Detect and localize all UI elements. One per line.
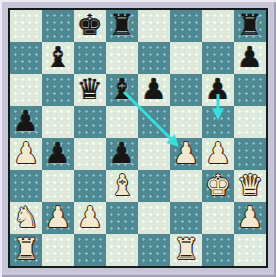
- chess-board[interactable]: ♚♜♜♝♟♛♝♟♟♟♟♟♟♟♟♝♚♛♞♟♟♟♜♜: [10, 10, 266, 266]
- square-d4[interactable]: ♟: [106, 138, 138, 170]
- square-f4[interactable]: ♟: [170, 138, 202, 170]
- square-f5[interactable]: [170, 106, 202, 138]
- piece-black-pawn-g6[interactable]: ♟: [202, 74, 234, 106]
- square-h8[interactable]: ♜: [234, 10, 266, 42]
- piece-black-rook-h8[interactable]: ♜: [234, 10, 266, 42]
- square-f3[interactable]: [170, 170, 202, 202]
- square-h6[interactable]: [234, 74, 266, 106]
- piece-white-rook-f1[interactable]: ♜: [170, 234, 202, 266]
- piece-white-king-g3[interactable]: ♚: [202, 170, 234, 202]
- square-b6[interactable]: [42, 74, 74, 106]
- square-a1[interactable]: ♜: [10, 234, 42, 266]
- square-h2[interactable]: ♟: [234, 202, 266, 234]
- square-e2[interactable]: [138, 202, 170, 234]
- square-h7[interactable]: ♟: [234, 42, 266, 74]
- square-d1[interactable]: [106, 234, 138, 266]
- square-c7[interactable]: [74, 42, 106, 74]
- square-c8[interactable]: ♚: [74, 10, 106, 42]
- square-e6[interactable]: ♟: [138, 74, 170, 106]
- square-a6[interactable]: [10, 74, 42, 106]
- square-d7[interactable]: [106, 42, 138, 74]
- square-d2[interactable]: [106, 202, 138, 234]
- piece-black-bishop-b7[interactable]: ♝: [42, 42, 74, 74]
- piece-white-pawn-f4[interactable]: ♟: [170, 138, 202, 170]
- square-h5[interactable]: [234, 106, 266, 138]
- square-c3[interactable]: [74, 170, 106, 202]
- square-g6[interactable]: ♟: [202, 74, 234, 106]
- square-b2[interactable]: ♟: [42, 202, 74, 234]
- square-d5[interactable]: [106, 106, 138, 138]
- square-c5[interactable]: [74, 106, 106, 138]
- square-b1[interactable]: [42, 234, 74, 266]
- square-a5[interactable]: ♟: [10, 106, 42, 138]
- square-c4[interactable]: [74, 138, 106, 170]
- square-h4[interactable]: [234, 138, 266, 170]
- piece-white-pawn-h2[interactable]: ♟: [234, 202, 266, 234]
- piece-black-pawn-b4[interactable]: ♟: [42, 138, 74, 170]
- square-b4[interactable]: ♟: [42, 138, 74, 170]
- square-c6[interactable]: ♛: [74, 74, 106, 106]
- square-b7[interactable]: ♝: [42, 42, 74, 74]
- square-d3[interactable]: ♝: [106, 170, 138, 202]
- piece-white-rook-a1[interactable]: ♜: [10, 234, 42, 266]
- square-e5[interactable]: [138, 106, 170, 138]
- piece-black-bishop-d6[interactable]: ♝: [106, 74, 138, 106]
- chess-app-window: ♚♜♜♝♟♛♝♟♟♟♟♟♟♟♟♝♚♛♞♟♟♟♜♜: [0, 0, 276, 277]
- square-f1[interactable]: ♜: [170, 234, 202, 266]
- square-a8[interactable]: [10, 10, 42, 42]
- square-h3[interactable]: ♛: [234, 170, 266, 202]
- piece-white-queen-h3[interactable]: ♛: [234, 170, 266, 202]
- piece-white-pawn-b2[interactable]: ♟: [42, 202, 74, 234]
- square-c1[interactable]: [74, 234, 106, 266]
- square-a3[interactable]: [10, 170, 42, 202]
- piece-white-knight-a2[interactable]: ♞: [10, 202, 42, 234]
- square-e8[interactable]: [138, 10, 170, 42]
- square-g3[interactable]: ♚: [202, 170, 234, 202]
- piece-white-bishop-d3[interactable]: ♝: [106, 170, 138, 202]
- square-e7[interactable]: [138, 42, 170, 74]
- piece-black-queen-c6[interactable]: ♛: [74, 74, 106, 106]
- square-g2[interactable]: [202, 202, 234, 234]
- square-a4[interactable]: ♟: [10, 138, 42, 170]
- square-f7[interactable]: [170, 42, 202, 74]
- square-c2[interactable]: ♟: [74, 202, 106, 234]
- square-f8[interactable]: [170, 10, 202, 42]
- piece-black-pawn-d4[interactable]: ♟: [106, 138, 138, 170]
- square-a2[interactable]: ♞: [10, 202, 42, 234]
- square-d6[interactable]: ♝: [106, 74, 138, 106]
- square-e4[interactable]: [138, 138, 170, 170]
- square-b3[interactable]: [42, 170, 74, 202]
- square-g8[interactable]: [202, 10, 234, 42]
- piece-black-king-c8[interactable]: ♚: [74, 10, 106, 42]
- piece-black-pawn-h7[interactable]: ♟: [234, 42, 266, 74]
- board-frame: ♚♜♜♝♟♛♝♟♟♟♟♟♟♟♟♝♚♛♞♟♟♟♜♜: [8, 8, 268, 268]
- square-f6[interactable]: [170, 74, 202, 106]
- square-f2[interactable]: [170, 202, 202, 234]
- square-a7[interactable]: [10, 42, 42, 74]
- square-b8[interactable]: [42, 10, 74, 42]
- piece-white-pawn-g4[interactable]: ♟: [202, 138, 234, 170]
- square-d8[interactable]: ♜: [106, 10, 138, 42]
- square-g4[interactable]: ♟: [202, 138, 234, 170]
- square-e1[interactable]: [138, 234, 170, 266]
- piece-black-rook-d8[interactable]: ♜: [106, 10, 138, 42]
- square-g7[interactable]: [202, 42, 234, 74]
- square-g5[interactable]: [202, 106, 234, 138]
- piece-white-pawn-c2[interactable]: ♟: [74, 202, 106, 234]
- square-e3[interactable]: [138, 170, 170, 202]
- square-h1[interactable]: [234, 234, 266, 266]
- square-b5[interactable]: [42, 106, 74, 138]
- piece-white-pawn-a4[interactable]: ♟: [10, 138, 42, 170]
- square-g1[interactable]: [202, 234, 234, 266]
- piece-black-pawn-e6[interactable]: ♟: [138, 74, 170, 106]
- piece-black-pawn-a5[interactable]: ♟: [10, 106, 42, 138]
